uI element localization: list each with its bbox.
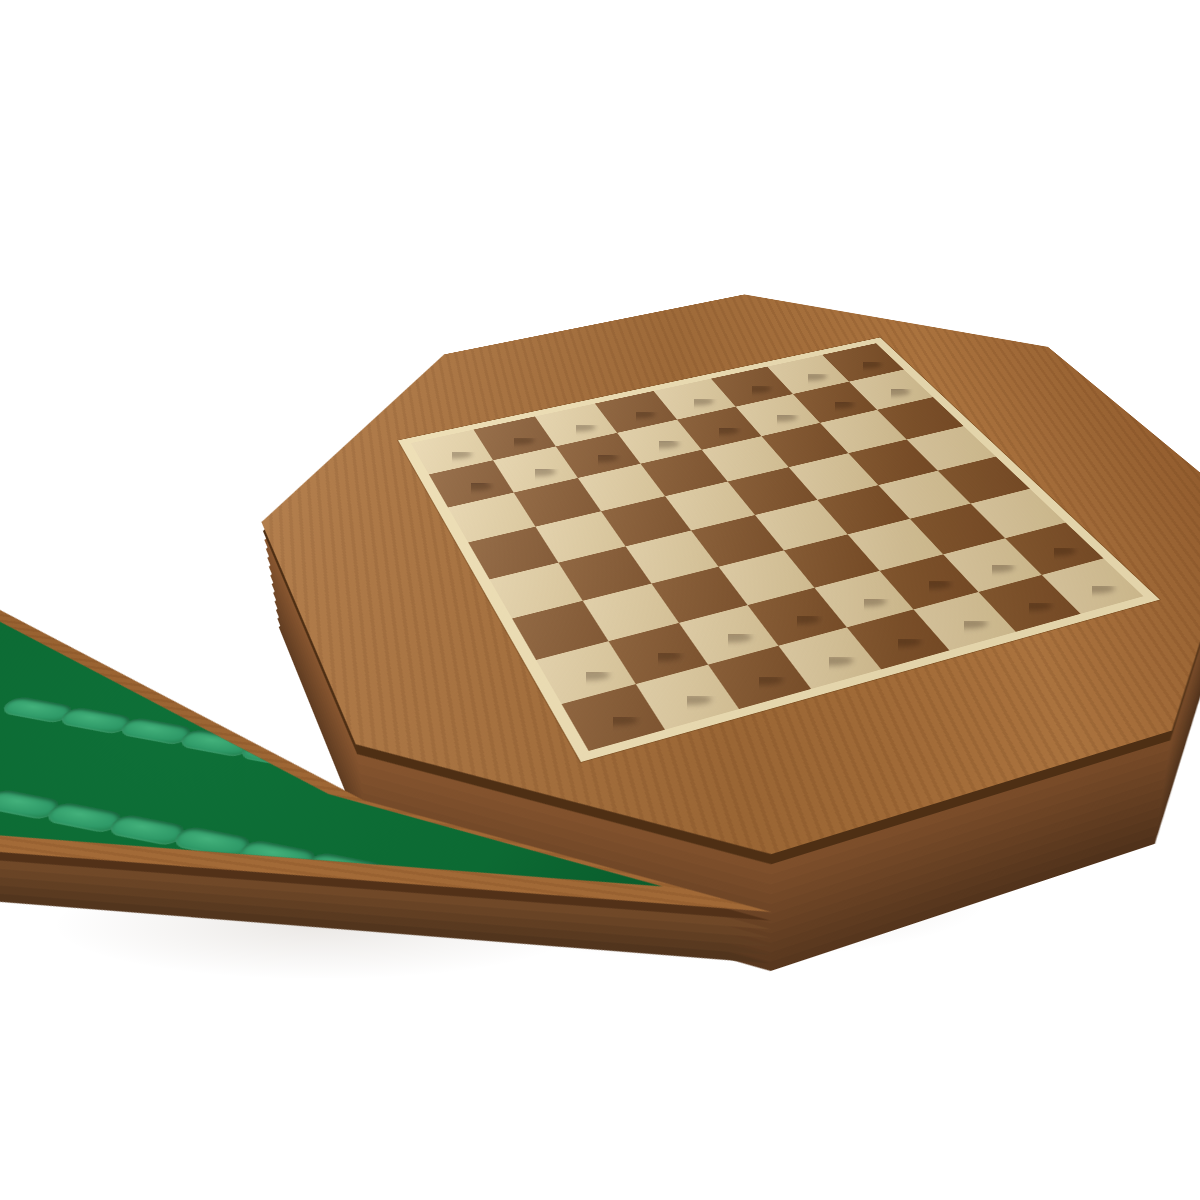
chess-box-assembly: ♜♞♝♛♚♝♞♜♟♟♟♟♟♟♟♟♟♟♟♟♟♟♟♟♜♞♝♛♚♝♞♜ — [210, 256, 1200, 955]
pawn-glyph: ♟ — [513, 423, 558, 473]
product-photo-scene: ♜♞♝♛♚♝♞♜♟♟♟♟♟♟♟♟♟♟♟♟♟♟♟♟♜♞♝♛♚♝♞♜ — [0, 0, 1200, 1200]
piece-recess — [238, 739, 318, 769]
knight-glyph: ♞ — [1000, 543, 1058, 608]
pawn-glyph: ♟ — [576, 410, 620, 459]
rook-glyph: ♜ — [1066, 531, 1119, 590]
knight-glyph: ♞ — [656, 632, 718, 701]
queen-glyph: ♛ — [796, 588, 863, 663]
pawn-glyph: ♟ — [756, 371, 799, 419]
pawn-glyph: ♟ — [870, 347, 912, 394]
pawn-glyph: ♟ — [448, 437, 493, 488]
piece-recess — [170, 826, 255, 860]
pawn-glyph: ♟ — [814, 359, 856, 406]
rook-glyph: ♜ — [584, 657, 642, 722]
pawn-glyph: ♟ — [697, 384, 740, 432]
king-glyph: ♚ — [863, 565, 933, 643]
piece-recess — [235, 839, 320, 874]
bishop-glyph: ♝ — [934, 557, 995, 625]
pawn-glyph: ♟ — [637, 397, 681, 446]
bishop-glyph: ♝ — [727, 611, 790, 682]
